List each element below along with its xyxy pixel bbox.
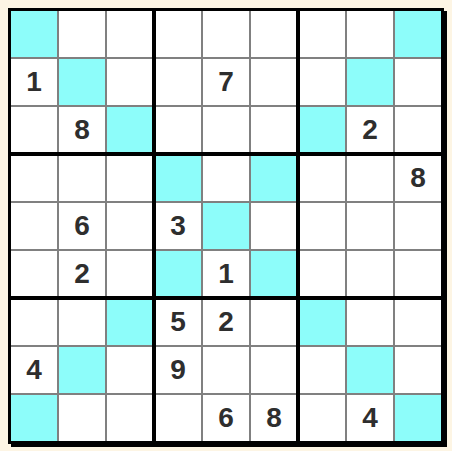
cell-r2c6[interactable] [251, 59, 297, 105]
cell-r6c6[interactable] [251, 251, 297, 297]
cell-r9c3[interactable] [107, 395, 153, 441]
cell-r5c7[interactable] [299, 203, 345, 249]
cell-r6c8[interactable] [347, 251, 393, 297]
cell-r7c7[interactable] [299, 299, 345, 345]
cell-r4c5[interactable] [203, 155, 249, 201]
cell-r2c7[interactable] [299, 59, 345, 105]
cell-r6c2[interactable]: 2 [59, 251, 105, 297]
cell-r5c3[interactable] [107, 203, 153, 249]
cell-r8c4[interactable]: 9 [155, 347, 201, 393]
cell-r5c5[interactable] [203, 203, 249, 249]
cell-r6c7[interactable] [299, 251, 345, 297]
cell-r7c9[interactable] [395, 299, 441, 345]
cell-r3c8[interactable]: 2 [347, 107, 393, 153]
cell-r1c3[interactable] [107, 11, 153, 57]
cell-r5c1[interactable] [11, 203, 57, 249]
cell-r7c6[interactable] [251, 299, 297, 345]
cell-r4c1[interactable] [11, 155, 57, 201]
cell-r4c6[interactable] [251, 155, 297, 201]
cell-r9c2[interactable] [59, 395, 105, 441]
cell-r3c1[interactable] [11, 107, 57, 153]
cell-r1c9[interactable] [395, 11, 441, 57]
cell-r1c4[interactable] [155, 11, 201, 57]
cell-r5c2[interactable]: 6 [59, 203, 105, 249]
cell-r9c6[interactable]: 8 [251, 395, 297, 441]
cell-r6c1[interactable] [11, 251, 57, 297]
cell-r1c5[interactable] [203, 11, 249, 57]
cell-r4c3[interactable] [107, 155, 153, 201]
cell-r8c8[interactable] [347, 347, 393, 393]
cell-r6c9[interactable] [395, 251, 441, 297]
cell-r1c2[interactable] [59, 11, 105, 57]
cell-r8c3[interactable] [107, 347, 153, 393]
cell-r3c5[interactable] [203, 107, 249, 153]
cell-r8c6[interactable] [251, 347, 297, 393]
cell-r8c2[interactable] [59, 347, 105, 393]
cell-r2c8[interactable] [347, 59, 393, 105]
board-wrapper: 1782863215249684 [8, 8, 444, 444]
cell-r9c7[interactable] [299, 395, 345, 441]
cell-r6c3[interactable] [107, 251, 153, 297]
cell-r5c4[interactable]: 3 [155, 203, 201, 249]
cell-r7c2[interactable] [59, 299, 105, 345]
cell-r8c1[interactable]: 4 [11, 347, 57, 393]
cell-r2c1[interactable]: 1 [11, 59, 57, 105]
cell-r5c6[interactable] [251, 203, 297, 249]
cell-r4c8[interactable] [347, 155, 393, 201]
cell-r6c4[interactable] [155, 251, 201, 297]
cell-r2c4[interactable] [155, 59, 201, 105]
cell-r6c5[interactable]: 1 [203, 251, 249, 297]
cell-r1c1[interactable] [11, 11, 57, 57]
cell-r7c1[interactable] [11, 299, 57, 345]
cell-r3c2[interactable]: 8 [59, 107, 105, 153]
cell-r9c9[interactable] [395, 395, 441, 441]
cell-r5c8[interactable] [347, 203, 393, 249]
cell-r1c7[interactable] [299, 11, 345, 57]
cell-r2c2[interactable] [59, 59, 105, 105]
cell-r3c4[interactable] [155, 107, 201, 153]
cell-r3c3[interactable] [107, 107, 153, 153]
cell-r8c9[interactable] [395, 347, 441, 393]
cell-r4c2[interactable] [59, 155, 105, 201]
cell-r1c6[interactable] [251, 11, 297, 57]
cell-r9c5[interactable]: 6 [203, 395, 249, 441]
cell-r7c5[interactable]: 2 [203, 299, 249, 345]
cell-r7c8[interactable] [347, 299, 393, 345]
sudoku-board: 1782863215249684 [8, 8, 444, 444]
cell-r3c6[interactable] [251, 107, 297, 153]
cell-r4c4[interactable] [155, 155, 201, 201]
cell-r2c3[interactable] [107, 59, 153, 105]
cell-r3c9[interactable] [395, 107, 441, 153]
cell-r9c4[interactable] [155, 395, 201, 441]
cell-r3c7[interactable] [299, 107, 345, 153]
cell-r2c9[interactable] [395, 59, 441, 105]
cell-r4c9[interactable]: 8 [395, 155, 441, 201]
cell-r1c8[interactable] [347, 11, 393, 57]
cell-r9c8[interactable]: 4 [347, 395, 393, 441]
cell-r8c7[interactable] [299, 347, 345, 393]
cell-r5c9[interactable] [395, 203, 441, 249]
cell-r7c3[interactable] [107, 299, 153, 345]
cell-r7c4[interactable]: 5 [155, 299, 201, 345]
cell-r2c5[interactable]: 7 [203, 59, 249, 105]
cell-r4c7[interactable] [299, 155, 345, 201]
cell-r9c1[interactable] [11, 395, 57, 441]
cell-r8c5[interactable] [203, 347, 249, 393]
